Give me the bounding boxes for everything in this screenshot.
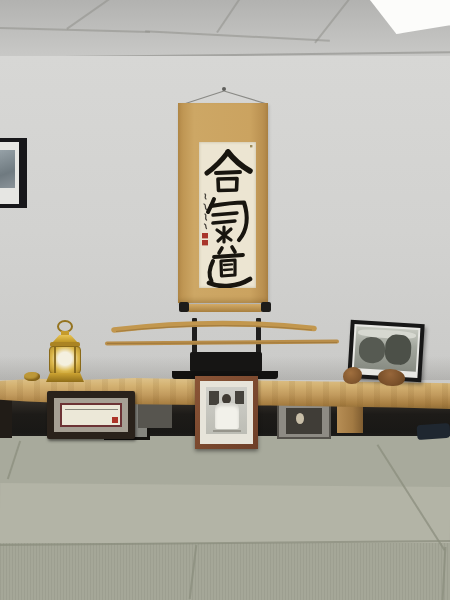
ceiling-seam [145, 30, 330, 41]
calligraphy-scroll: 合氣道 [178, 103, 268, 303]
ceiling-seam [314, 0, 350, 43]
nail [222, 87, 226, 91]
tatami-mat [0, 483, 450, 547]
seal-stamp [202, 240, 208, 245]
stand-base-panel [190, 352, 262, 372]
scroll-bottom-roller [179, 302, 271, 313]
lantern-base [46, 373, 84, 382]
shadowed-frame [138, 402, 172, 428]
weapons [100, 313, 350, 355]
brass-lantern [44, 320, 86, 382]
photo-image [206, 387, 247, 434]
tatami-floor [0, 436, 450, 600]
photo-figure-body [215, 403, 239, 429]
calligraphy-aikido [199, 142, 256, 288]
stone [378, 369, 405, 386]
certificate-frame [47, 391, 135, 439]
scroll-text: 合氣道 [178, 103, 179, 104]
wall-picture-frame [0, 138, 27, 208]
seal-stamp [202, 233, 208, 238]
scroll-panel [199, 142, 256, 288]
roller-end-cap [179, 302, 189, 312]
portrait-face [296, 413, 304, 424]
lantern-cage-bar [54, 347, 56, 373]
small-brass-object [24, 372, 40, 381]
tatami-seam [7, 441, 21, 480]
tatami-mat-textured [0, 543, 450, 600]
certificate-paper [60, 403, 122, 427]
photo-image [354, 326, 418, 372]
ceiling-seam [216, 0, 240, 33]
roller-end-cap [261, 302, 271, 312]
picture-image [0, 150, 15, 188]
roller-bar [187, 304, 263, 312]
photo-background-frame [235, 391, 244, 404]
ceiling-light-fixture [370, 0, 450, 34]
photo-caption-line [213, 430, 241, 432]
ceiling-seam [0, 27, 150, 32]
photo-subject [384, 334, 412, 366]
certificate-seal [112, 417, 118, 423]
ceiling-seam [66, 0, 109, 29]
dojo-photo: 合氣道 [0, 0, 450, 600]
framed-photo-center [195, 376, 258, 449]
dark-blue-object [417, 423, 450, 440]
ceiling [0, 0, 450, 58]
portrait-frame [277, 402, 331, 439]
portrait-image [286, 408, 322, 434]
photo-subject [358, 336, 386, 364]
lantern-cage-bar [74, 347, 76, 373]
artist-signature [204, 194, 207, 229]
